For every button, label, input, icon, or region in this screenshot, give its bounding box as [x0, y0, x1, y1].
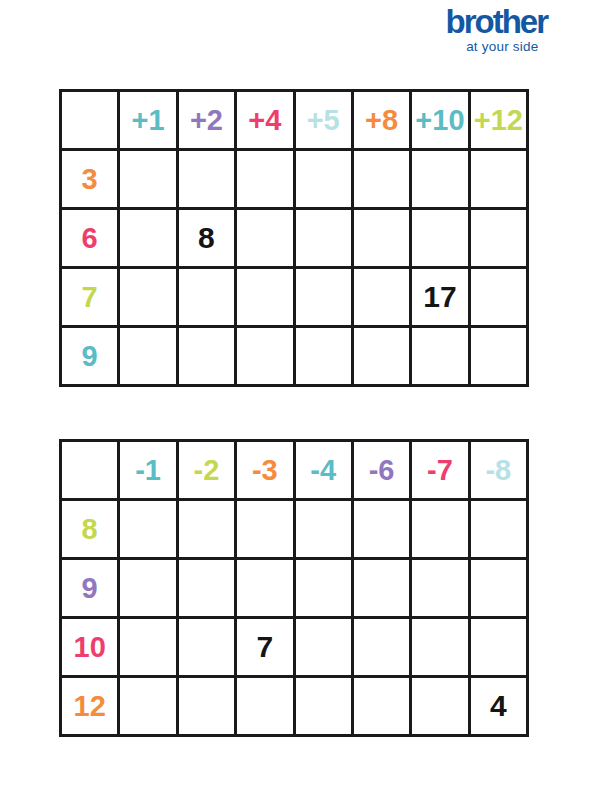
col-header-minus-7: -7 [411, 441, 469, 500]
answer-cell-3-plus-1[interactable] [119, 150, 177, 209]
answer-cell-6-plus-10[interactable] [411, 209, 469, 268]
answer-cell-10-minus-3[interactable]: 7 [236, 618, 294, 677]
col-header-minus-3: -3 [236, 441, 294, 500]
row-header-9: 9 [61, 559, 119, 618]
answer-cell-7-plus-4[interactable] [236, 268, 294, 327]
answer-cell-10-minus-1[interactable] [119, 618, 177, 677]
answer-cell-8-minus-6[interactable] [352, 500, 410, 559]
answer-cell-6-plus-12[interactable] [469, 209, 527, 268]
answer-cell-9-plus-5[interactable] [294, 327, 352, 386]
answer-cell-9-plus-8[interactable] [352, 327, 410, 386]
answer-cell-8-minus-7[interactable] [411, 500, 469, 559]
answer-cell-8-minus-4[interactable] [294, 500, 352, 559]
answer-cell-3-plus-5[interactable] [294, 150, 352, 209]
answer-cell-9-minus-8[interactable] [469, 559, 527, 618]
answer-cell-10-minus-2[interactable] [177, 618, 235, 677]
answer-cell-10-minus-6[interactable] [352, 618, 410, 677]
col-header-plus-12: +12 [469, 91, 527, 150]
answer-cell-12-minus-7[interactable] [411, 677, 469, 736]
col-header-minus-6: -6 [352, 441, 410, 500]
answer-cell-9-minus-4[interactable] [294, 559, 352, 618]
answer-cell-10-minus-4[interactable] [294, 618, 352, 677]
answer-cell-8-minus-3[interactable] [236, 500, 294, 559]
col-header-plus-2: +2 [177, 91, 235, 150]
answer-cell-6-plus-8[interactable] [352, 209, 410, 268]
answer-cell-6-plus-2[interactable]: 8 [177, 209, 235, 268]
col-header-minus-4: -4 [294, 441, 352, 500]
answer-cell-7-plus-8[interactable] [352, 268, 410, 327]
answer-cell-3-plus-2[interactable] [177, 150, 235, 209]
answer-cell-9-plus-2[interactable] [177, 327, 235, 386]
answer-cell-9-minus-6[interactable] [352, 559, 410, 618]
answer-cell-3-plus-12[interactable] [469, 150, 527, 209]
addition-row-9: 9 [61, 327, 528, 386]
answer-cell-7-plus-12[interactable] [469, 268, 527, 327]
addition-header-row: +1 +2 +4 +5 +8 +10 +12 [61, 91, 528, 150]
answer-cell-12-minus-1[interactable] [119, 677, 177, 736]
col-header-plus-1: +1 [119, 91, 177, 150]
col-header-minus-8: -8 [469, 441, 527, 500]
answer-cell-8-minus-2[interactable] [177, 500, 235, 559]
addition-row-3: 3 [61, 150, 528, 209]
answer-cell-9-minus-7[interactable] [411, 559, 469, 618]
answer-cell-6-plus-1[interactable] [119, 209, 177, 268]
answer-cell-10-minus-7[interactable] [411, 618, 469, 677]
addition-row-6: 6 8 [61, 209, 528, 268]
col-header-minus-2: -2 [177, 441, 235, 500]
answer-cell-12-minus-2[interactable] [177, 677, 235, 736]
row-header-10: 10 [61, 618, 119, 677]
answer-cell-9-plus-4[interactable] [236, 327, 294, 386]
brother-wordmark: brother [446, 5, 548, 38]
answer-cell-12-minus-8[interactable]: 4 [469, 677, 527, 736]
row-header-6: 6 [61, 209, 119, 268]
answer-cell-6-plus-4[interactable] [236, 209, 294, 268]
row-header-7: 7 [61, 268, 119, 327]
answer-cell-9-minus-1[interactable] [119, 559, 177, 618]
answer-cell-9-plus-1[interactable] [119, 327, 177, 386]
answer-cell-12-minus-6[interactable] [352, 677, 410, 736]
subtraction-row-9: 9 [61, 559, 528, 618]
corner-cell [61, 441, 119, 500]
answer-cell-9-minus-3[interactable] [236, 559, 294, 618]
answer-cell-6-plus-5[interactable] [294, 209, 352, 268]
answer-cell-12-minus-3[interactable] [236, 677, 294, 736]
worksheet-page: { "game": "addition-subtraction-grid-wor… [0, 0, 593, 800]
row-header-8: 8 [61, 500, 119, 559]
subtraction-header-row: -1 -2 -3 -4 -6 -7 -8 [61, 441, 528, 500]
brother-logo: brother at your side [446, 5, 548, 54]
answer-cell-12-minus-4[interactable] [294, 677, 352, 736]
answer-cell-7-plus-1[interactable] [119, 268, 177, 327]
row-header-9: 9 [61, 327, 119, 386]
col-header-plus-4: +4 [236, 91, 294, 150]
answer-cell-8-minus-1[interactable] [119, 500, 177, 559]
answer-cell-7-plus-10[interactable]: 17 [411, 268, 469, 327]
col-header-plus-10: +10 [411, 91, 469, 150]
answer-cell-9-plus-12[interactable] [469, 327, 527, 386]
answer-cell-10-minus-8[interactable] [469, 618, 527, 677]
subtraction-table: -1 -2 -3 -4 -6 -7 -8 8 9 10 7 12 [59, 439, 529, 737]
col-header-plus-8: +8 [352, 91, 410, 150]
row-header-3: 3 [61, 150, 119, 209]
answer-cell-9-minus-2[interactable] [177, 559, 235, 618]
answer-cell-7-plus-5[interactable] [294, 268, 352, 327]
subtraction-row-10: 10 7 [61, 618, 528, 677]
addition-table: +1 +2 +4 +5 +8 +10 +12 3 6 8 7 17 [59, 89, 529, 387]
answer-cell-8-minus-8[interactable] [469, 500, 527, 559]
answer-cell-7-plus-2[interactable] [177, 268, 235, 327]
col-header-minus-1: -1 [119, 441, 177, 500]
row-header-12: 12 [61, 677, 119, 736]
brother-tagline: at your side [446, 39, 548, 54]
addition-row-7: 7 17 [61, 268, 528, 327]
answer-cell-3-plus-4[interactable] [236, 150, 294, 209]
subtraction-row-12: 12 4 [61, 677, 528, 736]
answer-cell-3-plus-8[interactable] [352, 150, 410, 209]
answer-cell-9-plus-10[interactable] [411, 327, 469, 386]
answer-cell-3-plus-10[interactable] [411, 150, 469, 209]
corner-cell [61, 91, 119, 150]
col-header-plus-5: +5 [294, 91, 352, 150]
subtraction-row-8: 8 [61, 500, 528, 559]
